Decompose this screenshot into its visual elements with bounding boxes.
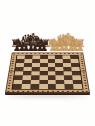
light-pawn-piece: ♟ bbox=[76, 44, 84, 53]
pieces-layer: ♜♞♝♛♚♝♞♜♟♟♟♟♟♟♟♜♞♝♛♚♝♞♜♟♟♟♟♟♟♟ bbox=[0, 0, 95, 126]
chess-set-product-photo: ♜♞♝♛♚♝♞♜♟♟♟♟♟♟♟♜♞♝♛♚♝♞♜♟♟♟♟♟♟♟ bbox=[0, 0, 95, 126]
